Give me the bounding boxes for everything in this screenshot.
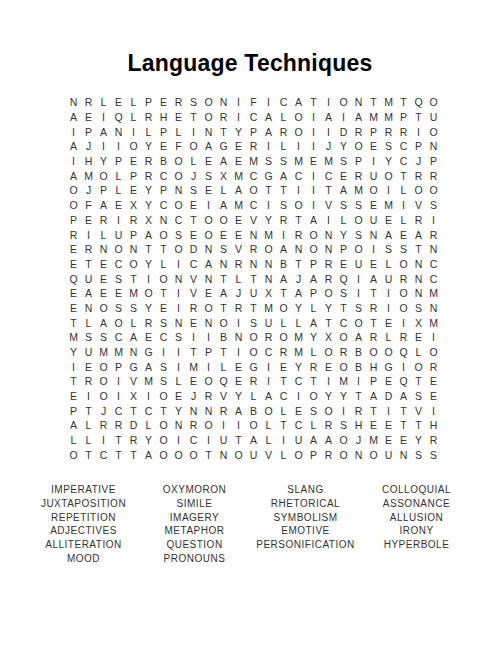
grid-cell[interactable]: S — [111, 271, 126, 286]
grid-cell[interactable]: I — [231, 418, 246, 433]
grid-cell[interactable]: L — [276, 139, 291, 154]
grid-cell[interactable]: I — [261, 374, 276, 389]
grid-cell[interactable]: D — [126, 418, 141, 433]
grid-cell[interactable]: J — [321, 139, 336, 154]
grid-cell[interactable]: R — [426, 433, 441, 448]
grid-cell[interactable]: Y — [141, 433, 156, 448]
grid-cell[interactable]: P — [201, 345, 216, 360]
grid-cell[interactable]: E — [171, 110, 186, 125]
grid-cell[interactable]: C — [396, 139, 411, 154]
grid-cell[interactable]: T — [276, 418, 291, 433]
grid-cell[interactable]: O — [201, 374, 216, 389]
grid-cell[interactable]: X — [141, 213, 156, 228]
grid-cell[interactable]: S — [276, 154, 291, 169]
grid-cell[interactable]: E — [111, 95, 126, 110]
grid-cell[interactable]: S — [336, 286, 351, 301]
grid-cell[interactable]: A — [261, 124, 276, 139]
grid-cell[interactable]: R — [81, 95, 96, 110]
grid-cell[interactable]: C — [156, 168, 171, 183]
grid-cell[interactable]: M — [96, 345, 111, 360]
grid-cell[interactable]: M — [321, 154, 336, 169]
grid-cell[interactable]: S — [336, 418, 351, 433]
grid-cell[interactable]: I — [306, 139, 321, 154]
grid-cell[interactable]: F — [81, 198, 96, 213]
grid-cell[interactable]: E — [156, 301, 171, 316]
grid-cell[interactable]: S — [96, 330, 111, 345]
grid-cell[interactable]: O — [201, 301, 216, 316]
grid-cell[interactable]: O — [126, 257, 141, 272]
grid-cell[interactable]: O — [261, 242, 276, 257]
grid-cell[interactable]: L — [81, 433, 96, 448]
grid-cell[interactable]: T — [276, 183, 291, 198]
grid-cell[interactable]: R — [141, 168, 156, 183]
grid-cell[interactable]: N — [201, 315, 216, 330]
grid-cell[interactable]: I — [81, 389, 96, 404]
grid-cell[interactable]: I — [381, 403, 396, 418]
grid-cell[interactable]: E — [66, 301, 81, 316]
grid-cell[interactable]: C — [321, 168, 336, 183]
grid-cell[interactable]: X — [216, 168, 231, 183]
grid-cell[interactable]: C — [261, 345, 276, 360]
grid-cell[interactable]: O — [396, 301, 411, 316]
grid-cell[interactable]: O — [276, 301, 291, 316]
grid-cell[interactable]: V — [321, 198, 336, 213]
grid-cell[interactable]: C — [291, 374, 306, 389]
grid-cell[interactable]: I — [66, 359, 81, 374]
grid-cell[interactable]: F — [171, 139, 186, 154]
grid-cell[interactable]: C — [246, 198, 261, 213]
grid-cell[interactable]: A — [366, 389, 381, 404]
grid-cell[interactable]: E — [66, 286, 81, 301]
grid-cell[interactable]: U — [216, 433, 231, 448]
grid-cell[interactable]: I — [291, 183, 306, 198]
grid-cell[interactable]: R — [276, 345, 291, 360]
grid-cell[interactable]: I — [156, 345, 171, 360]
grid-cell[interactable]: U — [261, 315, 276, 330]
grid-cell[interactable]: E — [81, 213, 96, 228]
grid-cell[interactable]: O — [291, 198, 306, 213]
grid-cell[interactable]: R — [351, 403, 366, 418]
grid-cell[interactable]: N — [216, 257, 231, 272]
grid-cell[interactable]: E — [141, 330, 156, 345]
grid-cell[interactable]: M — [381, 95, 396, 110]
grid-cell[interactable]: S — [351, 301, 366, 316]
grid-cell[interactable]: S — [156, 359, 171, 374]
grid-cell[interactable]: E — [81, 359, 96, 374]
grid-cell[interactable]: R — [201, 389, 216, 404]
grid-cell[interactable]: O — [396, 257, 411, 272]
grid-cell[interactable]: O — [246, 345, 261, 360]
grid-cell[interactable]: A — [66, 418, 81, 433]
grid-cell[interactable]: U — [111, 227, 126, 242]
grid-cell[interactable]: I — [171, 345, 186, 360]
grid-cell[interactable]: I — [126, 124, 141, 139]
grid-cell[interactable]: O — [201, 418, 216, 433]
grid-cell[interactable]: A — [216, 198, 231, 213]
grid-cell[interactable]: I — [336, 110, 351, 125]
grid-cell[interactable]: O — [201, 227, 216, 242]
grid-cell[interactable]: T — [156, 286, 171, 301]
grid-cell[interactable]: A — [246, 433, 261, 448]
grid-cell[interactable]: Y — [291, 301, 306, 316]
grid-cell[interactable]: T — [186, 213, 201, 228]
grid-cell[interactable]: R — [231, 257, 246, 272]
grid-cell[interactable]: T — [186, 345, 201, 360]
grid-cell[interactable]: S — [156, 374, 171, 389]
grid-cell[interactable]: A — [276, 271, 291, 286]
grid-cell[interactable]: E — [381, 213, 396, 228]
grid-cell[interactable]: D — [381, 389, 396, 404]
grid-cell[interactable]: T — [396, 168, 411, 183]
grid-cell[interactable]: N — [426, 139, 441, 154]
grid-cell[interactable]: I — [171, 433, 186, 448]
grid-cell[interactable]: F — [246, 95, 261, 110]
grid-cell[interactable]: N — [126, 345, 141, 360]
grid-cell[interactable]: I — [306, 183, 321, 198]
grid-cell[interactable]: N — [261, 257, 276, 272]
grid-cell[interactable]: D — [336, 124, 351, 139]
grid-cell[interactable]: T — [336, 301, 351, 316]
grid-cell[interactable]: T — [396, 418, 411, 433]
grid-cell[interactable]: I — [171, 257, 186, 272]
grid-cell[interactable]: Y — [291, 359, 306, 374]
grid-cell[interactable]: C — [171, 213, 186, 228]
grid-cell[interactable]: A — [411, 227, 426, 242]
grid-cell[interactable]: S — [336, 198, 351, 213]
grid-cell[interactable]: T — [411, 374, 426, 389]
grid-cell[interactable]: L — [96, 95, 111, 110]
grid-cell[interactable]: O — [261, 403, 276, 418]
grid-cell[interactable]: O — [96, 374, 111, 389]
grid-cell[interactable]: Y — [381, 154, 396, 169]
grid-cell[interactable]: N — [186, 403, 201, 418]
grid-cell[interactable]: I — [231, 110, 246, 125]
grid-cell[interactable]: O — [336, 359, 351, 374]
grid-cell[interactable]: E — [186, 315, 201, 330]
grid-cell[interactable]: I — [201, 330, 216, 345]
grid-cell[interactable]: N — [351, 95, 366, 110]
grid-cell[interactable]: U — [381, 448, 396, 463]
grid-cell[interactable]: J — [411, 154, 426, 169]
grid-cell[interactable]: E — [231, 213, 246, 228]
grid-cell[interactable]: S — [426, 198, 441, 213]
grid-cell[interactable]: N — [171, 418, 186, 433]
grid-cell[interactable]: T — [261, 183, 276, 198]
grid-cell[interactable]: M — [426, 315, 441, 330]
grid-cell[interactable]: L — [81, 418, 96, 433]
grid-cell[interactable]: E — [336, 168, 351, 183]
grid-cell[interactable]: Y — [411, 433, 426, 448]
grid-cell[interactable]: T — [366, 95, 381, 110]
grid-cell[interactable]: T — [66, 315, 81, 330]
grid-cell[interactable]: A — [306, 315, 321, 330]
grid-cell[interactable]: O — [156, 448, 171, 463]
grid-cell[interactable]: R — [321, 257, 336, 272]
grid-cell[interactable]: I — [306, 168, 321, 183]
grid-cell[interactable]: N — [411, 286, 426, 301]
grid-cell[interactable]: R — [126, 213, 141, 228]
grid-cell[interactable]: I — [321, 95, 336, 110]
grid-cell[interactable]: V — [186, 271, 201, 286]
grid-cell[interactable]: A — [141, 227, 156, 242]
grid-cell[interactable]: T — [306, 374, 321, 389]
grid-cell[interactable]: N — [321, 227, 336, 242]
grid-cell[interactable]: I — [426, 403, 441, 418]
grid-cell[interactable]: E — [366, 139, 381, 154]
grid-cell[interactable]: J — [351, 433, 366, 448]
grid-cell[interactable]: I — [96, 110, 111, 125]
grid-cell[interactable]: E — [276, 359, 291, 374]
grid-cell[interactable]: A — [306, 213, 321, 228]
grid-cell[interactable]: Y — [231, 124, 246, 139]
grid-cell[interactable]: A — [231, 183, 246, 198]
grid-cell[interactable]: S — [276, 198, 291, 213]
grid-cell[interactable]: B — [156, 154, 171, 169]
grid-cell[interactable]: T — [111, 433, 126, 448]
grid-cell[interactable]: S — [411, 448, 426, 463]
grid-cell[interactable]: T — [366, 315, 381, 330]
grid-cell[interactable]: E — [186, 227, 201, 242]
grid-cell[interactable]: T — [81, 448, 96, 463]
grid-cell[interactable]: X — [411, 315, 426, 330]
grid-cell[interactable]: L — [171, 124, 186, 139]
grid-cell[interactable]: O — [156, 227, 171, 242]
grid-cell[interactable]: I — [261, 95, 276, 110]
grid-cell[interactable]: S — [186, 183, 201, 198]
grid-cell[interactable]: N — [66, 95, 81, 110]
grid-cell[interactable]: V — [231, 242, 246, 257]
grid-cell[interactable]: P — [366, 374, 381, 389]
grid-cell[interactable]: J — [81, 183, 96, 198]
grid-cell[interactable]: O — [96, 168, 111, 183]
grid-cell[interactable]: L — [411, 345, 426, 360]
grid-cell[interactable]: I — [261, 359, 276, 374]
grid-cell[interactable]: A — [126, 330, 141, 345]
grid-cell[interactable]: C — [186, 257, 201, 272]
grid-cell[interactable]: C — [291, 418, 306, 433]
grid-cell[interactable]: E — [96, 286, 111, 301]
grid-cell[interactable]: T — [411, 418, 426, 433]
grid-cell[interactable]: V — [411, 198, 426, 213]
grid-cell[interactable]: P — [81, 124, 96, 139]
grid-cell[interactable]: N — [396, 448, 411, 463]
grid-cell[interactable]: Q — [396, 345, 411, 360]
grid-cell[interactable]: A — [321, 110, 336, 125]
grid-cell[interactable]: N — [96, 242, 111, 257]
grid-cell[interactable]: I — [276, 227, 291, 242]
grid-cell[interactable]: O — [276, 330, 291, 345]
grid-cell[interactable]: O — [126, 139, 141, 154]
grid-cell[interactable]: I — [336, 403, 351, 418]
grid-cell[interactable]: L — [126, 95, 141, 110]
grid-cell[interactable]: O — [321, 345, 336, 360]
grid-cell[interactable]: M — [231, 168, 246, 183]
grid-cell[interactable]: N — [426, 242, 441, 257]
grid-cell[interactable]: I — [306, 110, 321, 125]
grid-cell[interactable]: O — [351, 139, 366, 154]
grid-cell[interactable]: J — [186, 168, 201, 183]
grid-cell[interactable]: M — [81, 168, 96, 183]
grid-cell[interactable]: S — [351, 227, 366, 242]
grid-cell[interactable]: I — [261, 198, 276, 213]
grid-cell[interactable]: T — [141, 242, 156, 257]
grid-cell[interactable]: I — [321, 124, 336, 139]
grid-cell[interactable]: I — [351, 374, 366, 389]
grid-cell[interactable]: A — [381, 227, 396, 242]
grid-cell[interactable]: Y — [321, 301, 336, 316]
grid-cell[interactable]: L — [396, 213, 411, 228]
grid-cell[interactable]: S — [381, 242, 396, 257]
grid-cell[interactable]: I — [171, 301, 186, 316]
grid-cell[interactable]: O — [96, 359, 111, 374]
grid-cell[interactable]: N — [201, 124, 216, 139]
grid-cell[interactable]: O — [306, 227, 321, 242]
grid-cell[interactable]: O — [171, 448, 186, 463]
grid-cell[interactable]: M — [246, 154, 261, 169]
grid-cell[interactable]: O — [321, 403, 336, 418]
grid-cell[interactable]: I — [396, 315, 411, 330]
grid-cell[interactable]: A — [231, 403, 246, 418]
grid-cell[interactable]: R — [381, 124, 396, 139]
grid-cell[interactable]: T — [201, 448, 216, 463]
grid-cell[interactable]: A — [276, 242, 291, 257]
grid-cell[interactable]: M — [336, 374, 351, 389]
grid-cell[interactable]: E — [216, 227, 231, 242]
grid-cell[interactable]: I — [171, 359, 186, 374]
grid-cell[interactable]: N — [246, 257, 261, 272]
grid-cell[interactable]: E — [231, 374, 246, 389]
grid-cell[interactable]: O — [366, 345, 381, 360]
grid-cell[interactable]: L — [141, 124, 156, 139]
grid-cell[interactable]: O — [336, 433, 351, 448]
grid-cell[interactable]: R — [246, 374, 261, 389]
grid-cell[interactable]: N — [261, 271, 276, 286]
grid-cell[interactable]: R — [321, 418, 336, 433]
grid-cell[interactable]: I — [111, 213, 126, 228]
grid-cell[interactable]: O — [381, 345, 396, 360]
grid-cell[interactable]: O — [96, 301, 111, 316]
grid-cell[interactable]: P — [111, 154, 126, 169]
grid-cell[interactable]: O — [201, 213, 216, 228]
grid-cell[interactable]: A — [66, 168, 81, 183]
grid-cell[interactable]: O — [156, 433, 171, 448]
grid-cell[interactable]: L — [186, 154, 201, 169]
grid-cell[interactable]: T — [81, 257, 96, 272]
grid-cell[interactable]: N — [426, 301, 441, 316]
grid-cell[interactable]: I — [96, 433, 111, 448]
grid-cell[interactable]: T — [291, 213, 306, 228]
grid-cell[interactable]: Q — [336, 271, 351, 286]
grid-cell[interactable]: Y — [141, 257, 156, 272]
grid-cell[interactable]: U — [366, 213, 381, 228]
grid-cell[interactable]: T — [216, 345, 231, 360]
grid-cell[interactable]: E — [231, 139, 246, 154]
grid-cell[interactable]: J — [231, 286, 246, 301]
grid-cell[interactable]: A — [321, 433, 336, 448]
grid-cell[interactable]: E — [201, 183, 216, 198]
grid-cell[interactable]: X — [126, 389, 141, 404]
grid-cell[interactable]: I — [321, 374, 336, 389]
grid-cell[interactable]: T — [81, 403, 96, 418]
grid-cell[interactable]: T — [126, 403, 141, 418]
grid-cell[interactable]: Y — [261, 213, 276, 228]
grid-cell[interactable]: L — [216, 359, 231, 374]
grid-cell[interactable]: O — [426, 124, 441, 139]
grid-cell[interactable]: R — [276, 213, 291, 228]
grid-cell[interactable]: T — [156, 242, 171, 257]
grid-cell[interactable]: M — [366, 433, 381, 448]
grid-cell[interactable]: R — [141, 154, 156, 169]
grid-cell[interactable]: V — [246, 213, 261, 228]
grid-cell[interactable]: I — [366, 242, 381, 257]
grid-cell[interactable]: N — [366, 227, 381, 242]
grid-cell[interactable]: I — [66, 124, 81, 139]
grid-cell[interactable]: P — [366, 124, 381, 139]
grid-cell[interactable]: C — [186, 433, 201, 448]
grid-cell[interactable]: Y — [141, 183, 156, 198]
grid-cell[interactable]: J — [81, 139, 96, 154]
grid-cell[interactable]: A — [141, 359, 156, 374]
grid-cell[interactable]: E — [381, 433, 396, 448]
grid-cell[interactable]: O — [111, 315, 126, 330]
grid-cell[interactable]: O — [291, 448, 306, 463]
grid-cell[interactable]: I — [111, 389, 126, 404]
grid-cell[interactable]: N — [126, 242, 141, 257]
grid-cell[interactable]: N — [216, 95, 231, 110]
grid-cell[interactable]: C — [141, 403, 156, 418]
grid-cell[interactable]: R — [291, 227, 306, 242]
grid-cell[interactable]: P — [306, 286, 321, 301]
grid-cell[interactable]: N — [216, 448, 231, 463]
grid-cell[interactable]: Y — [66, 345, 81, 360]
grid-cell[interactable]: N — [111, 124, 126, 139]
grid-cell[interactable]: E — [231, 154, 246, 169]
grid-cell[interactable]: I — [381, 183, 396, 198]
grid-cell[interactable]: L — [126, 110, 141, 125]
grid-cell[interactable]: S — [126, 301, 141, 316]
grid-cell[interactable]: I — [306, 124, 321, 139]
grid-cell[interactable]: R — [126, 433, 141, 448]
grid-cell[interactable]: E — [156, 139, 171, 154]
grid-cell[interactable]: I — [351, 286, 366, 301]
grid-cell[interactable]: L — [111, 168, 126, 183]
grid-cell[interactable]: R — [426, 359, 441, 374]
grid-cell[interactable]: A — [201, 257, 216, 272]
grid-cell[interactable]: A — [66, 139, 81, 154]
grid-cell[interactable]: O — [156, 389, 171, 404]
grid-cell[interactable]: N — [246, 227, 261, 242]
grid-cell[interactable]: Y — [231, 389, 246, 404]
grid-cell[interactable]: L — [111, 183, 126, 198]
grid-cell[interactable]: S — [171, 330, 186, 345]
grid-cell[interactable]: R — [321, 271, 336, 286]
grid-cell[interactable]: E — [426, 374, 441, 389]
grid-cell[interactable]: T — [396, 95, 411, 110]
grid-cell[interactable]: C — [426, 257, 441, 272]
grid-cell[interactable]: T — [321, 183, 336, 198]
grid-cell[interactable]: O — [321, 286, 336, 301]
grid-cell[interactable]: I — [366, 154, 381, 169]
grid-cell[interactable]: O — [156, 271, 171, 286]
grid-cell[interactable]: O — [351, 242, 366, 257]
grid-cell[interactable]: N — [156, 213, 171, 228]
grid-cell[interactable]: T — [246, 301, 261, 316]
grid-cell[interactable]: P — [141, 95, 156, 110]
grid-cell[interactable]: P — [66, 213, 81, 228]
grid-cell[interactable]: C — [246, 168, 261, 183]
grid-cell[interactable]: Q — [216, 374, 231, 389]
grid-cell[interactable]: H — [426, 418, 441, 433]
